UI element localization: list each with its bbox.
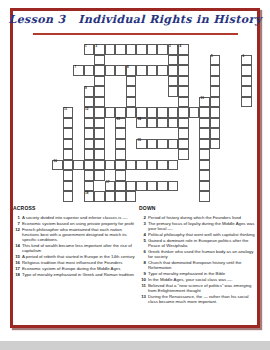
grid-blank	[136, 149, 147, 160]
grid-blank	[147, 191, 158, 202]
clue: 7Economic system based on using private …	[13, 221, 135, 226]
grid-blank	[73, 97, 84, 108]
grid-blank	[52, 181, 63, 192]
grid-blank	[199, 44, 210, 55]
grid-blank	[189, 55, 200, 66]
grid-cell	[147, 44, 158, 55]
grid-cell	[105, 107, 116, 118]
clue: 8Church that dominated European history …	[139, 260, 259, 270]
clue: 16Religious tradition that most influenc…	[13, 260, 135, 265]
grid-blank	[157, 76, 168, 87]
clue-text: Believed that a "new science of politics…	[148, 283, 259, 293]
grid-blank	[115, 76, 126, 87]
grid-blank	[73, 118, 84, 129]
clue-number: 14	[13, 243, 22, 253]
grid-cell	[63, 149, 74, 160]
clue-number: 4	[139, 232, 148, 237]
clue-text: Type of morality emphasized in the Bible	[148, 271, 259, 276]
grid-cell	[115, 149, 126, 160]
clue-number: 15	[13, 254, 22, 259]
clue: 17Economic system of Europe during the M…	[13, 266, 135, 271]
grid-blank	[210, 191, 221, 202]
grid-blank	[52, 191, 63, 202]
cell-number: 2	[96, 45, 98, 48]
grid-blank	[220, 65, 231, 76]
grid-cell: 9	[84, 86, 95, 97]
cell-number: 16	[54, 160, 57, 163]
grid-cell	[63, 170, 74, 181]
grid-blank	[52, 65, 63, 76]
grid-cell: 14	[136, 118, 147, 129]
page-title: Lesson 3 Individual Rights in History	[0, 13, 270, 26]
clue-number: 2	[139, 215, 148, 220]
grid-blank	[147, 149, 158, 160]
grid-cell	[210, 107, 221, 118]
cell-number: 18	[85, 192, 88, 195]
grid-cell	[178, 55, 189, 66]
grid-blank	[220, 170, 231, 181]
down-clues-section: DOWN 2Period of history during which the…	[139, 205, 259, 305]
cell-number: 14	[138, 118, 141, 121]
clue: 18Type of morality emphasized in Greek a…	[13, 272, 135, 277]
grid-cell	[157, 65, 168, 76]
grid-blank	[220, 44, 231, 55]
grid-cell	[63, 139, 74, 150]
crossword-grid: 123456789101112131415161718	[52, 44, 252, 202]
grid-blank	[199, 76, 210, 87]
grid-cell	[210, 86, 221, 97]
grid-blank	[168, 170, 179, 181]
clue: 10In the Middle Ages, your social class …	[139, 277, 259, 282]
grid-cell	[94, 76, 105, 87]
grid-blank	[136, 191, 147, 202]
grid-blank	[199, 55, 210, 66]
grid-cell	[136, 107, 147, 118]
grid-blank	[115, 55, 126, 66]
grid-cell: 17	[105, 181, 116, 192]
grid-cell: 12	[84, 107, 95, 118]
grid-cell	[178, 139, 189, 150]
grid-cell	[115, 191, 126, 202]
grid-blank	[73, 139, 84, 150]
grid-blank	[220, 139, 231, 150]
worksheet-page: Lesson 3 Individual Rights in History 12…	[0, 0, 270, 350]
grid-blank	[52, 128, 63, 139]
grid-cell	[84, 65, 95, 76]
grid-cell	[63, 160, 74, 171]
grid-blank	[136, 97, 147, 108]
clue: 5Gained a dominant role in European poli…	[139, 238, 259, 248]
grid-blank	[220, 128, 231, 139]
grid-blank	[231, 181, 242, 192]
grid-cell	[157, 118, 168, 129]
grid-cell	[199, 139, 210, 150]
grid-blank	[168, 97, 179, 108]
grid-cell	[178, 86, 189, 97]
grid-cell	[126, 86, 137, 97]
grid-blank	[52, 44, 63, 55]
clue-number: 9	[139, 271, 148, 276]
grid-blank	[52, 97, 63, 108]
grid-cell	[115, 44, 126, 55]
clue-number: 8	[139, 260, 148, 270]
grid-blank	[189, 160, 200, 171]
grid-cell: 8	[126, 65, 137, 76]
grid-blank	[231, 107, 242, 118]
across-clues-list: 1A society divided into superior and inf…	[13, 215, 135, 277]
grid-blank	[73, 107, 84, 118]
grid-cell	[147, 160, 158, 171]
grid-cell	[241, 76, 252, 87]
grid-cell	[126, 181, 137, 192]
grid-blank	[63, 65, 74, 76]
grid-cell	[178, 118, 189, 129]
grid-cell	[241, 65, 252, 76]
grid-blank	[241, 160, 252, 171]
grid-blank	[73, 170, 84, 181]
grid-cell: 3	[168, 44, 179, 55]
grid-blank	[210, 160, 221, 171]
grid-cell	[168, 86, 179, 97]
grid-cell	[157, 107, 168, 118]
grid-cell	[241, 86, 252, 97]
grid-blank	[147, 170, 158, 181]
grid-blank	[210, 170, 221, 181]
grid-cell	[199, 128, 210, 139]
clue-number: 5	[139, 238, 148, 248]
grid-cell	[94, 118, 105, 129]
grid-cell	[84, 139, 95, 150]
grid-cell: 1	[84, 44, 95, 55]
clue-text: Greek thinker who used the human body as…	[148, 249, 259, 259]
grid-blank	[189, 149, 200, 160]
cell-number: 7	[75, 66, 77, 69]
clue: 4Political philosophy that went well wit…	[139, 232, 259, 237]
clue-text: Economic system of Europe during the Mid…	[22, 266, 135, 271]
clue: 6Greek thinker who used the human body a…	[139, 249, 259, 259]
grid-blank	[63, 55, 74, 66]
clue-number: 17	[13, 266, 22, 271]
grid-blank	[105, 76, 116, 87]
down-header: DOWN	[139, 205, 259, 211]
grid-cell	[178, 107, 189, 118]
grid-cell	[210, 139, 221, 150]
grid-blank	[220, 86, 231, 97]
grid-cell	[168, 107, 179, 118]
grid-blank	[231, 128, 242, 139]
grid-cell	[94, 107, 105, 118]
grid-blank	[231, 86, 242, 97]
clue-number: 6	[139, 249, 148, 259]
grid-cell	[157, 139, 168, 150]
grid-blank	[189, 76, 200, 87]
clue-text: Gained a dominant role in European polit…	[148, 238, 259, 248]
grid-blank	[126, 128, 137, 139]
grid-cell	[94, 97, 105, 108]
grid-blank	[105, 86, 116, 97]
grid-blank	[241, 44, 252, 55]
grid-cell	[199, 170, 210, 181]
grid-cell	[199, 191, 210, 202]
grid-cell: 15	[136, 139, 147, 150]
grid-blank	[94, 181, 105, 192]
grid-cell	[157, 44, 168, 55]
grid-cell	[63, 191, 74, 202]
grid-cell	[136, 44, 147, 55]
clue-text: A period of rebirth that started in Euro…	[22, 254, 135, 259]
grid-blank	[220, 55, 231, 66]
cell-number: 6	[243, 55, 245, 58]
clue-text: The primary focus of loyalty during the …	[148, 221, 259, 231]
grid-blank	[168, 149, 179, 160]
grid-cell: 10	[199, 97, 210, 108]
grid-blank	[73, 86, 84, 97]
grid-blank	[157, 86, 168, 97]
clue-text: Type of morality emphasized in Greek and…	[22, 272, 135, 277]
grid-blank	[136, 55, 147, 66]
grid-blank	[126, 149, 137, 160]
grid-cell	[94, 191, 105, 202]
grid-blank	[63, 97, 74, 108]
grid-cell	[168, 118, 179, 129]
grid-cell	[115, 65, 126, 76]
grid-blank	[105, 97, 116, 108]
grid-blank	[157, 55, 168, 66]
grid-cell	[168, 139, 179, 150]
clue-text: A society divided into superior and infe…	[22, 215, 135, 220]
grid-blank	[241, 128, 252, 139]
grid-blank	[73, 55, 84, 66]
grid-blank	[189, 181, 200, 192]
grid-cell	[241, 97, 252, 108]
grid-blank	[157, 191, 168, 202]
grid-blank	[52, 86, 63, 97]
grid-cell	[147, 139, 158, 150]
scan-edge-strip	[0, 341, 270, 350]
grid-blank	[220, 149, 231, 160]
grid-cell	[210, 118, 221, 129]
grid-blank	[105, 128, 116, 139]
grid-blank	[73, 44, 84, 55]
grid-blank	[189, 170, 200, 181]
grid-cell	[210, 97, 221, 108]
grid-blank	[105, 170, 116, 181]
grid-cell	[94, 139, 105, 150]
grid-cell	[84, 118, 95, 129]
grid-cell	[115, 181, 126, 192]
grid-blank	[220, 118, 231, 129]
clue-text: Religious tradition that most influenced…	[22, 260, 135, 265]
clue-text: In the Middle Ages, your social class wa…	[148, 277, 259, 282]
clue: 11Believed that a "new science of politi…	[139, 283, 259, 293]
grid-blank	[157, 170, 168, 181]
grid-cell	[63, 118, 74, 129]
grid-cell	[84, 128, 95, 139]
grid-cell	[147, 181, 158, 192]
grid-cell	[210, 76, 221, 87]
cell-number: 12	[85, 108, 88, 111]
grid-blank	[105, 118, 116, 129]
grid-cell	[84, 160, 95, 171]
grid-cell	[136, 181, 147, 192]
grid-blank	[220, 107, 231, 118]
grid-cell	[168, 160, 179, 171]
grid-cell	[189, 107, 200, 118]
clue-text: This kind of wealth became less importan…	[22, 243, 135, 253]
grid-blank	[210, 181, 221, 192]
grid-blank	[73, 191, 84, 202]
across-clues-section: ACROSS 1A society divided into superior …	[13, 205, 135, 278]
grid-blank	[147, 128, 158, 139]
grid-cell	[105, 44, 116, 55]
grid-cell	[178, 149, 189, 160]
grid-blank	[231, 149, 242, 160]
grid-blank	[115, 97, 126, 108]
grid-cell	[168, 55, 179, 66]
grid-cell: 5	[210, 55, 221, 66]
clue-text: Economic system based on using private p…	[22, 221, 135, 226]
grid-cell	[73, 160, 84, 171]
grid-blank	[105, 139, 116, 150]
grid-blank	[241, 118, 252, 129]
clue: 13During the Renaissance, the — rather t…	[139, 294, 259, 304]
grid-blank	[52, 170, 63, 181]
grid-blank	[63, 86, 74, 97]
clue: 15A period of rebirth that started in Eu…	[13, 254, 135, 259]
grid-blank	[189, 44, 200, 55]
grid-cell	[147, 118, 158, 129]
grid-cell	[147, 65, 158, 76]
grid-blank	[147, 86, 158, 97]
grid-cell	[94, 149, 105, 160]
cell-number: 8	[127, 66, 129, 69]
grid-blank	[241, 170, 252, 181]
grid-blank	[105, 149, 116, 160]
grid-cell	[178, 128, 189, 139]
grid-cell: 7	[73, 65, 84, 76]
grid-cell	[168, 181, 179, 192]
grid-blank	[231, 160, 242, 171]
clue: 12French philosopher who maintained that…	[13, 227, 135, 242]
cell-number: 11	[64, 108, 67, 111]
grid-cell	[147, 107, 158, 118]
grid-blank	[168, 191, 179, 202]
grid-cell	[115, 170, 126, 181]
cell-number: 9	[85, 87, 87, 90]
grid-blank	[147, 76, 158, 87]
grid-cell	[136, 160, 147, 171]
grid-cell	[115, 160, 126, 171]
grid-blank	[105, 55, 116, 66]
grid-blank	[189, 139, 200, 150]
grid-blank	[52, 107, 63, 118]
grid-blank	[231, 118, 242, 129]
cell-number: 5	[211, 55, 213, 58]
grid-cell	[210, 128, 221, 139]
grid-blank	[147, 55, 158, 66]
grid-cell	[94, 170, 105, 181]
grid-cell	[105, 191, 116, 202]
grid-blank	[63, 76, 74, 87]
clue-number: 11	[139, 283, 148, 293]
clue-number: 1	[13, 215, 22, 220]
grid-cell	[157, 181, 168, 192]
grid-blank	[189, 191, 200, 202]
grid-cell	[115, 139, 126, 150]
grid-cell	[178, 76, 189, 87]
cell-number: 3	[169, 45, 171, 48]
grid-cell	[168, 65, 179, 76]
grid-cell	[210, 65, 221, 76]
grid-blank	[189, 86, 200, 97]
grid-blank	[241, 191, 252, 202]
grid-blank	[178, 170, 189, 181]
across-header: ACROSS	[13, 205, 135, 211]
grid-blank	[73, 149, 84, 160]
grid-blank	[210, 149, 221, 160]
grid-cell	[199, 118, 210, 129]
grid-blank	[52, 76, 63, 87]
grid-blank	[178, 181, 189, 192]
grid-blank	[157, 149, 168, 160]
grid-blank	[157, 128, 168, 139]
title-underline	[33, 33, 238, 35]
clue-text: Church that dominated European history u…	[148, 260, 259, 270]
grid-blank	[231, 139, 242, 150]
clue-number: 12	[13, 227, 22, 242]
grid-blank	[126, 139, 137, 150]
grid-blank	[231, 97, 242, 108]
grid-cell	[126, 191, 137, 202]
grid-blank	[241, 107, 252, 118]
grid-cell	[178, 65, 189, 76]
grid-blank	[84, 76, 95, 87]
clue: 3The primary focus of loyalty during the…	[139, 221, 259, 231]
grid-blank	[73, 76, 84, 87]
cell-number: 10	[201, 97, 204, 100]
grid-cell	[199, 160, 210, 171]
grid-cell	[105, 65, 116, 76]
grid-blank	[220, 191, 231, 202]
grid-cell	[105, 160, 116, 171]
grid-blank	[63, 44, 74, 55]
grid-blank	[178, 160, 189, 171]
grid-blank	[126, 170, 137, 181]
grid-blank	[115, 86, 126, 97]
grid-blank	[73, 128, 84, 139]
grid-blank	[210, 44, 221, 55]
grid-cell: 13	[115, 118, 126, 129]
grid-blank	[189, 97, 200, 108]
grid-blank	[231, 44, 242, 55]
clue: 14This kind of wealth became less import…	[13, 243, 135, 253]
grid-cell	[94, 128, 105, 139]
clue: 2Period of history during which the Foun…	[139, 215, 259, 220]
clue-text: Political philosophy that went well with…	[148, 232, 259, 237]
grid-cell	[115, 128, 126, 139]
grid-blank	[178, 191, 189, 202]
grid-blank	[84, 55, 95, 66]
clue-text: During the Renaissance, the — rather tha…	[148, 294, 259, 304]
grid-cell	[199, 149, 210, 160]
grid-cell	[84, 170, 95, 181]
cell-number: 17	[106, 181, 109, 184]
grid-blank	[157, 97, 168, 108]
clue-number: 3	[139, 221, 148, 231]
grid-blank	[199, 65, 210, 76]
grid-cell	[199, 181, 210, 192]
grid-blank	[52, 149, 63, 160]
